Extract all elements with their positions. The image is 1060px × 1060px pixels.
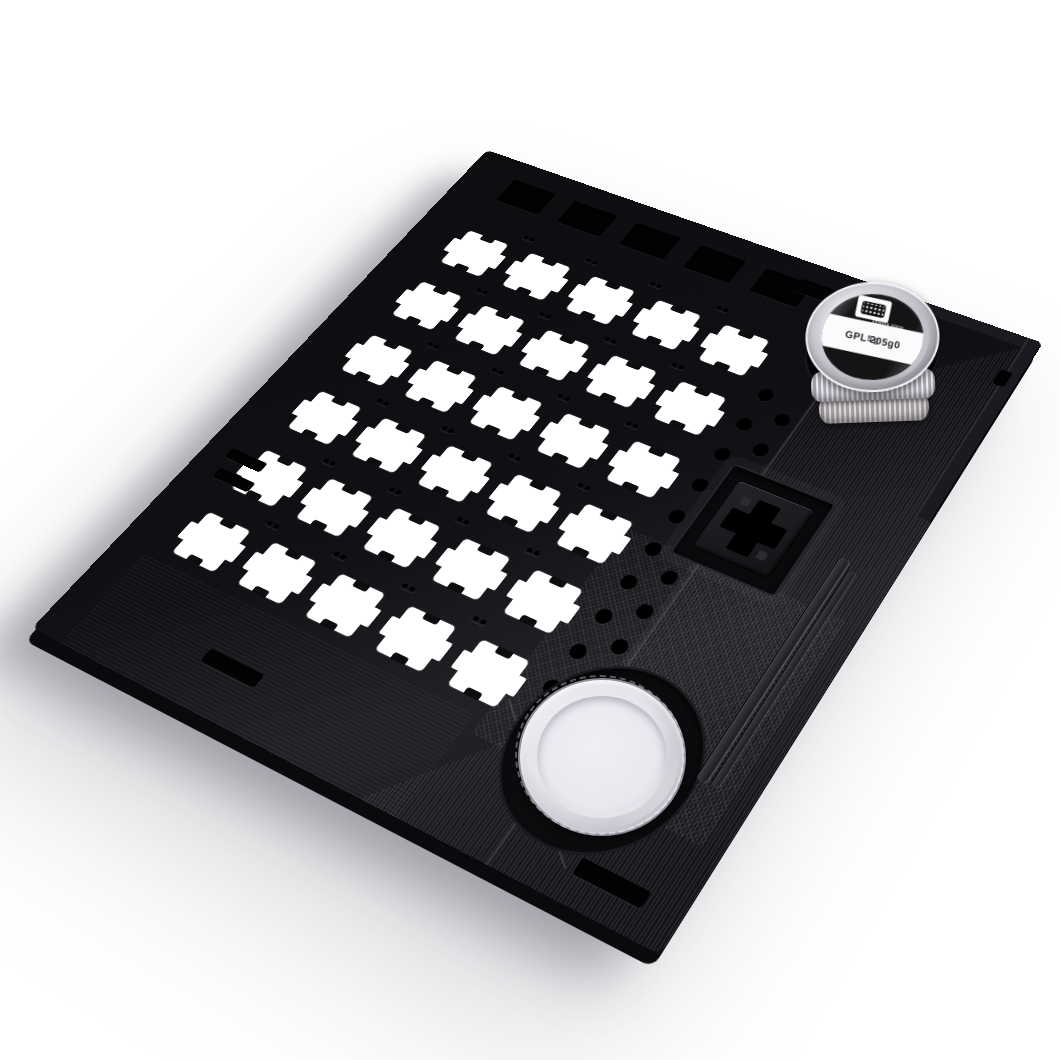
switch-cutout [653,381,726,436]
switch-cutout [502,253,571,301]
keyboard-icon [860,300,886,318]
switch-cutout [341,335,413,386]
switch-cutout [172,512,251,572]
switch-cutout [469,386,543,440]
switch-cutout [536,413,611,469]
bowtie-hole [506,452,523,462]
bowtie-hole [603,336,619,345]
bottom-edge-slot [572,857,652,909]
top-housing-recess [556,201,617,237]
bowtie-hole [400,582,418,593]
bowtie-hole [556,393,572,403]
top-housing-recess [496,180,556,215]
bowtie-hole [714,305,730,314]
switch-cutout [440,230,508,276]
stem-hole [566,642,590,662]
bowtie-hole [440,425,456,435]
stem-hole [665,508,688,526]
bowtie-hole [474,287,489,296]
switch-cutout [485,474,562,533]
switch-cutout [631,300,701,350]
switch-cutout [556,503,634,564]
switch-cutout [351,418,426,474]
stem-hole [771,412,793,429]
stem-hole [657,568,680,587]
jar-label: GPL 205g0 5 g kbwork.store [820,292,925,382]
stem-hole [755,387,777,403]
glass-dish [518,678,686,836]
switch-cutout [454,305,525,355]
switch-cutout [296,478,373,537]
bowtie-hole [387,486,404,496]
switch-cutout [565,276,635,325]
bowtie-hole [575,481,592,492]
bowtie-hole [584,257,599,265]
switch-cutout [305,573,386,637]
lube-jar: GPL 205g0 5 g kbwork.store [798,279,951,424]
switch-cutout [237,542,317,604]
bowtie-hole [455,515,472,526]
stem-hole [711,446,733,463]
bowtie-hole [670,361,686,370]
switch-cutout [518,330,590,382]
switch-cutout [362,508,440,569]
stem-hole [688,476,711,494]
bowtie-hole [471,614,489,626]
switch-cutout [585,355,657,408]
top-housing-recess [683,245,746,283]
bowtie-hole [522,234,537,242]
edge-rib [711,571,857,789]
bowtie-hole [624,420,641,430]
switch-cutout [417,445,493,502]
switch-cutout [431,538,510,601]
switch-cutout [606,441,681,499]
switch-cutout [287,391,361,445]
bowtie-hole [648,281,664,290]
stem-hole [641,540,664,559]
top-housing-recess [619,223,681,260]
stem-hole [617,573,641,592]
bowtie-hole [537,311,553,320]
stem-hole [733,416,755,433]
bowtie-hole [426,341,442,350]
photo-stage: GPL 205g0 5 g kbwork.store [0,0,1060,1060]
bowtie-hole [525,546,543,557]
stem-hole [592,607,616,627]
switch-cutout [503,569,583,634]
switch-cutout [375,606,457,672]
stem-hole [749,442,771,459]
switch-cutout [392,281,462,330]
switch-cutout [404,360,477,413]
stem-hole [633,602,657,622]
stem-hole [607,637,631,657]
bowtie-hole [375,397,391,407]
bowtie-hole [321,457,337,467]
bowtie-hole [265,520,282,531]
bowtie-hole [331,550,348,561]
dish-surface [537,696,667,818]
switch-cutout [698,325,769,377]
bowtie-hole [490,366,506,375]
bottom-edge-slot [200,648,265,688]
